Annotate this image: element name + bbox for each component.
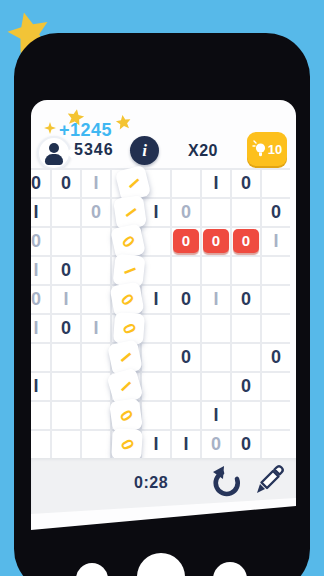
board-cell[interactable]: [262, 170, 290, 197]
board-cell[interactable]: 0: [202, 431, 230, 458]
game-screen: +1245 5346 i X20 10 00II0I0I000000II00II…: [31, 100, 296, 530]
error-cell[interactable]: 0: [233, 229, 259, 253]
multiplier-label: X20: [188, 142, 218, 160]
lightbulb-icon: [252, 140, 267, 158]
board-cell[interactable]: [82, 228, 110, 255]
board-cell[interactable]: [172, 373, 200, 400]
board-cell[interactable]: [202, 199, 230, 226]
board-cell[interactable]: [172, 315, 200, 342]
board-cell[interactable]: [142, 228, 170, 255]
undo-icon[interactable]: [211, 466, 243, 498]
board-cell[interactable]: [172, 170, 200, 197]
board-cell[interactable]: I: [31, 257, 50, 284]
falling-tile-digit: 0: [117, 231, 138, 251]
error-cell[interactable]: 0: [203, 229, 229, 253]
board-cell[interactable]: I: [202, 286, 230, 313]
board-cell[interactable]: 0: [232, 170, 260, 197]
board-cell[interactable]: [82, 257, 110, 284]
board-cell[interactable]: 0: [82, 199, 110, 226]
info-icon: i: [142, 141, 147, 160]
falling-tile-digit: I: [121, 205, 140, 221]
board-cell[interactable]: [232, 344, 260, 371]
person-icon-body: [45, 154, 63, 165]
board-cell[interactable]: 0: [172, 228, 200, 255]
board-cell[interactable]: [31, 402, 50, 429]
falling-tile-digit: 0: [116, 290, 138, 310]
board-cell[interactable]: [232, 199, 260, 226]
board-cell[interactable]: 0: [262, 199, 290, 226]
board-cell[interactable]: I: [262, 228, 290, 255]
board-cell[interactable]: [31, 344, 50, 371]
info-button[interactable]: i: [130, 136, 159, 165]
board-cell[interactable]: I: [52, 286, 80, 313]
board-cell[interactable]: [232, 315, 260, 342]
bonus-points: +1245: [59, 120, 112, 141]
board-cell[interactable]: 0: [232, 286, 260, 313]
board-cell[interactable]: 0: [52, 257, 80, 284]
board-cell[interactable]: 0: [172, 199, 200, 226]
board-cell[interactable]: [82, 373, 110, 400]
board-cell[interactable]: [52, 373, 80, 400]
board-cell[interactable]: [262, 257, 290, 284]
person-icon: [49, 143, 59, 153]
board-cell[interactable]: I: [202, 402, 230, 429]
bottom-toolbar: 0:28: [31, 458, 296, 518]
board-cell[interactable]: [262, 431, 290, 458]
board-cell[interactable]: [142, 402, 170, 429]
board-cell[interactable]: I: [82, 315, 110, 342]
board-cell[interactable]: 0: [232, 373, 260, 400]
error-cell[interactable]: 0: [173, 229, 199, 253]
falling-tile-digit: I: [116, 349, 134, 365]
board-cell[interactable]: [202, 344, 230, 371]
board-cell[interactable]: [232, 257, 260, 284]
board-cell[interactable]: 0: [172, 286, 200, 313]
puzzle-board: 00II0I0I000000II00II0I0I0I00I0III00: [31, 168, 290, 460]
falling-tile-digit: I: [119, 265, 139, 277]
board-cell[interactable]: [172, 257, 200, 284]
board-cell[interactable]: [202, 315, 230, 342]
board-cell[interactable]: 0: [232, 228, 260, 255]
board-cell[interactable]: [172, 402, 200, 429]
board-cell[interactable]: 0: [172, 344, 200, 371]
board-cell[interactable]: I: [142, 431, 170, 458]
board-cell[interactable]: 0: [232, 431, 260, 458]
board-cell[interactable]: [82, 286, 110, 313]
board-cell[interactable]: 0: [31, 228, 50, 255]
board-cell[interactable]: [142, 257, 170, 284]
score-value: 5346: [74, 141, 114, 159]
board-cell[interactable]: [262, 286, 290, 313]
board-cell[interactable]: [262, 315, 290, 342]
board-cell[interactable]: [262, 373, 290, 400]
board-cell[interactable]: [262, 402, 290, 429]
board-cell[interactable]: [202, 373, 230, 400]
board-cell[interactable]: [142, 373, 170, 400]
board-cell[interactable]: I: [31, 315, 50, 342]
board-cell[interactable]: [232, 402, 260, 429]
board-cell[interactable]: 0: [262, 344, 290, 371]
screenshot-root: { "game": "binary-digits puzzle (Takuzu …: [0, 0, 324, 576]
star-icon: [115, 114, 132, 131]
board-cell[interactable]: [82, 431, 110, 458]
falling-tile-digit: 0: [115, 406, 137, 425]
board-cell[interactable]: I: [142, 199, 170, 226]
board-cell[interactable]: I: [31, 373, 50, 400]
falling-tile[interactable]: 0: [111, 428, 143, 461]
falling-tile[interactable]: 0: [109, 398, 143, 433]
falling-tile-digit: I: [116, 378, 134, 395]
board-cell[interactable]: [142, 315, 170, 342]
board-cell[interactable]: [52, 431, 80, 458]
board-cell[interactable]: [52, 228, 80, 255]
timer-value: 0:28: [134, 474, 168, 492]
board-cell[interactable]: I: [142, 286, 170, 313]
hint-button[interactable]: 10: [247, 132, 287, 166]
pencil-icon[interactable]: [253, 464, 285, 496]
board-cell[interactable]: [142, 344, 170, 371]
board-cell[interactable]: 0: [31, 170, 50, 197]
board-cell[interactable]: [82, 344, 110, 371]
board-cell[interactable]: [82, 402, 110, 429]
board-cell[interactable]: [52, 344, 80, 371]
avatar[interactable]: [37, 136, 71, 170]
board-cell[interactable]: [31, 431, 50, 458]
board-cell[interactable]: 0: [31, 286, 50, 313]
falling-tile-digit: 0: [118, 320, 140, 337]
sparkle-icon: [44, 122, 56, 134]
board-cell[interactable]: 0: [52, 315, 80, 342]
falling-tile-digit: 0: [116, 436, 138, 453]
board-cell[interactable]: [202, 257, 230, 284]
board-cell[interactable]: I: [202, 170, 230, 197]
hint-count: 10: [268, 142, 282, 157]
board-cell[interactable]: I: [172, 431, 200, 458]
falling-tile-digit: I: [124, 175, 142, 192]
board-cell[interactable]: I: [82, 170, 110, 197]
board-cell[interactable]: 0: [52, 170, 80, 197]
board-cell[interactable]: [52, 199, 80, 226]
board-cell[interactable]: 0: [202, 228, 230, 255]
board-cell[interactable]: [52, 402, 80, 429]
board-cell[interactable]: I: [31, 199, 50, 226]
